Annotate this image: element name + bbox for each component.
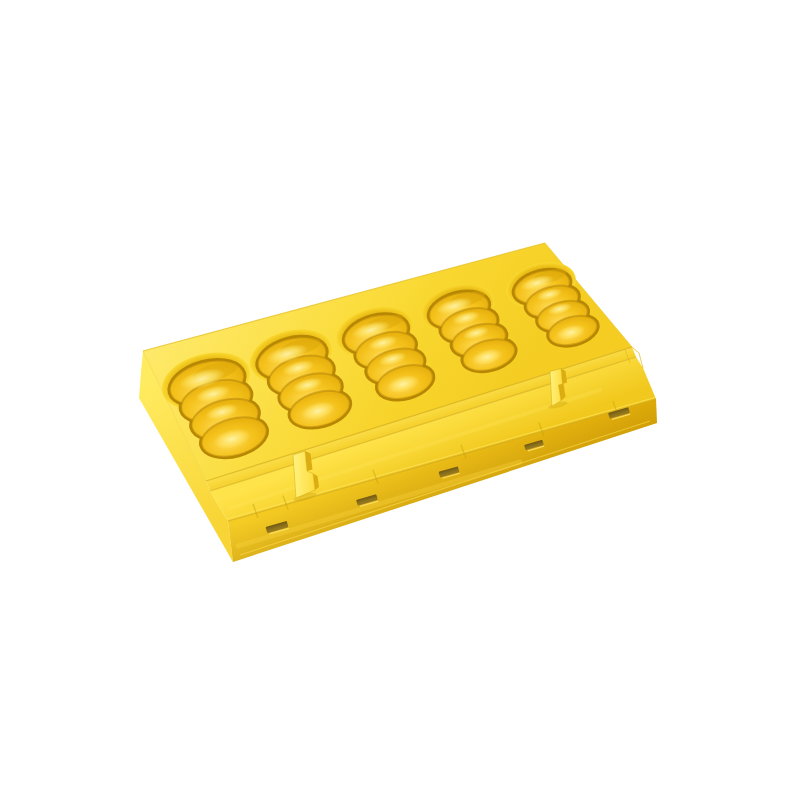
ice-pop-mold-photo: [0, 0, 800, 800]
product-photo: [0, 0, 800, 800]
